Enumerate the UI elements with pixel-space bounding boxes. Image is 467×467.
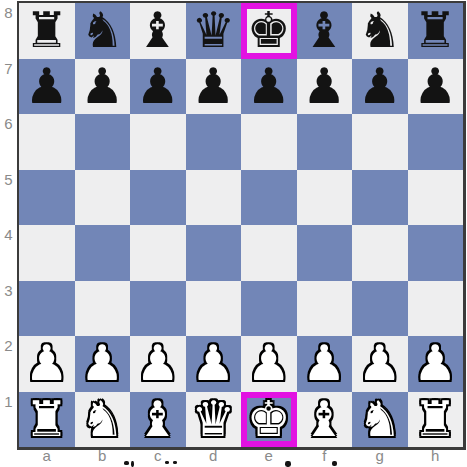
piece-white-pawn[interactable]: ♟ (358, 336, 402, 391)
file-label-b: b (75, 447, 131, 465)
piece-white-pawn[interactable]: ♟ (302, 336, 346, 391)
square-h5[interactable] (408, 170, 464, 226)
clipped-glyph-fragment-4 (173, 461, 177, 464)
square-c3[interactable] (130, 281, 186, 337)
piece-black-bishop[interactable]: ♝ (302, 3, 346, 58)
square-d8[interactable]: ♛ (186, 3, 242, 59)
piece-black-pawn[interactable]: ♟ (413, 59, 457, 114)
piece-black-pawn[interactable]: ♟ (358, 59, 402, 114)
piece-white-bishop[interactable]: ♝ (302, 392, 346, 447)
piece-white-rook[interactable]: ♜ (413, 392, 457, 447)
square-h6[interactable] (408, 114, 464, 170)
square-a6[interactable] (19, 114, 75, 170)
square-g8[interactable]: ♞ (352, 3, 408, 59)
square-a7[interactable]: ♟ (19, 59, 75, 115)
square-f1[interactable]: ♝ (297, 392, 353, 448)
rank-label-7: 7 (0, 57, 17, 113)
square-h7[interactable]: ♟ (408, 59, 464, 115)
square-c8[interactable]: ♝ (130, 3, 186, 59)
square-c6[interactable] (130, 114, 186, 170)
square-e3[interactable] (241, 281, 297, 337)
square-g6[interactable] (352, 114, 408, 170)
piece-black-pawn[interactable]: ♟ (302, 59, 346, 114)
clipped-glyph-fragment-3 (165, 461, 169, 464)
piece-black-queen[interactable]: ♛ (191, 3, 235, 58)
square-b2[interactable]: ♟ (75, 336, 131, 392)
square-f2[interactable]: ♟ (297, 336, 353, 392)
square-g2[interactable]: ♟ (352, 336, 408, 392)
piece-white-pawn[interactable]: ♟ (25, 336, 69, 391)
square-f3[interactable] (297, 281, 353, 337)
square-a8[interactable]: ♜ (19, 3, 75, 59)
square-f4[interactable] (297, 225, 353, 281)
piece-white-knight[interactable]: ♞ (358, 392, 402, 447)
square-d3[interactable] (186, 281, 242, 337)
square-c2[interactable]: ♟ (130, 336, 186, 392)
square-b4[interactable] (75, 225, 131, 281)
rank-label-6: 6 (0, 112, 17, 168)
piece-black-king[interactable]: ♚ (247, 3, 291, 58)
square-h1[interactable]: ♜ (408, 392, 464, 448)
square-f7[interactable]: ♟ (297, 59, 353, 115)
square-a5[interactable] (19, 170, 75, 226)
square-d2[interactable]: ♟ (186, 336, 242, 392)
rank-labels: 87654321 (0, 1, 17, 445)
piece-black-pawn[interactable]: ♟ (247, 59, 291, 114)
piece-white-pawn[interactable]: ♟ (80, 336, 124, 391)
clipped-glyph-fragment-2 (131, 461, 134, 467)
square-e1[interactable]: ♚ (241, 392, 297, 448)
square-h4[interactable] (408, 225, 464, 281)
chess-board: ♜♞♝♛♚♝♞♜♟♟♟♟♟♟♟♟♟♟♟♟♟♟♟♟♜♞♝♛♚♝♞♜ (17, 1, 466, 450)
square-h3[interactable] (408, 281, 464, 337)
rank-label-5: 5 (0, 168, 17, 224)
file-label-f: f (297, 447, 353, 465)
square-a2[interactable]: ♟ (19, 336, 75, 392)
square-b6[interactable] (75, 114, 131, 170)
square-g4[interactable] (352, 225, 408, 281)
piece-black-rook[interactable]: ♜ (413, 3, 457, 58)
square-c4[interactable] (130, 225, 186, 281)
piece-white-rook[interactable]: ♜ (25, 392, 69, 447)
square-b8[interactable]: ♞ (75, 3, 131, 59)
square-g1[interactable]: ♞ (352, 392, 408, 448)
piece-black-pawn[interactable]: ♟ (191, 59, 235, 114)
clipped-glyph-fragment-5 (285, 461, 291, 467)
piece-white-king[interactable]: ♚ (247, 392, 291, 447)
square-b1[interactable]: ♞ (75, 392, 131, 448)
chess-board-page: 87654321 ♜♞♝♛♚♝♞♜♟♟♟♟♟♟♟♟♟♟♟♟♟♟♟♟♜♞♝♛♚♝♞… (0, 0, 467, 467)
square-a4[interactable] (19, 225, 75, 281)
piece-white-knight[interactable]: ♞ (80, 392, 124, 447)
square-d6[interactable] (186, 114, 242, 170)
square-c5[interactable] (130, 170, 186, 226)
square-d4[interactable] (186, 225, 242, 281)
rank-label-8: 8 (0, 1, 17, 57)
piece-black-knight[interactable]: ♞ (80, 3, 124, 58)
square-e7[interactable]: ♟ (241, 59, 297, 115)
file-labels: abcdefgh (19, 447, 463, 465)
square-f5[interactable] (297, 170, 353, 226)
square-d5[interactable] (186, 170, 242, 226)
piece-white-pawn[interactable]: ♟ (247, 336, 291, 391)
square-e8[interactable]: ♚ (241, 3, 297, 59)
square-f8[interactable]: ♝ (297, 3, 353, 59)
square-e5[interactable] (241, 170, 297, 226)
square-c1[interactable]: ♝ (130, 392, 186, 448)
piece-white-pawn[interactable]: ♟ (136, 336, 180, 391)
square-e6[interactable] (241, 114, 297, 170)
file-label-d: d (186, 447, 242, 465)
square-a1[interactable]: ♜ (19, 392, 75, 448)
piece-black-pawn[interactable]: ♟ (136, 59, 180, 114)
file-label-c: c (130, 447, 186, 465)
piece-white-pawn[interactable]: ♟ (413, 336, 457, 391)
piece-black-pawn[interactable]: ♟ (25, 59, 69, 114)
square-b3[interactable] (75, 281, 131, 337)
square-e2[interactable]: ♟ (241, 336, 297, 392)
square-f6[interactable] (297, 114, 353, 170)
piece-black-rook[interactable]: ♜ (25, 3, 69, 58)
rank-label-2: 2 (0, 334, 17, 390)
square-a3[interactable] (19, 281, 75, 337)
clipped-glyph-fragment-1 (124, 461, 129, 465)
square-g3[interactable] (352, 281, 408, 337)
rank-label-1: 1 (0, 390, 17, 446)
square-e4[interactable] (241, 225, 297, 281)
file-label-a: a (19, 447, 75, 465)
piece-white-bishop[interactable]: ♝ (136, 392, 180, 447)
square-d7[interactable]: ♟ (186, 59, 242, 115)
square-b5[interactable] (75, 170, 131, 226)
file-label-h: h (408, 447, 464, 465)
piece-black-pawn[interactable]: ♟ (80, 59, 124, 114)
clipped-glyph-fragment-6 (332, 461, 337, 466)
piece-black-bishop[interactable]: ♝ (136, 3, 180, 58)
rank-label-4: 4 (0, 223, 17, 279)
square-c7[interactable]: ♟ (130, 59, 186, 115)
square-h2[interactable]: ♟ (408, 336, 464, 392)
square-d1[interactable]: ♛ (186, 392, 242, 448)
rank-label-3: 3 (0, 279, 17, 335)
square-g5[interactable] (352, 170, 408, 226)
piece-white-pawn[interactable]: ♟ (191, 336, 235, 391)
square-g7[interactable]: ♟ (352, 59, 408, 115)
piece-black-knight[interactable]: ♞ (358, 3, 402, 58)
piece-white-queen[interactable]: ♛ (191, 392, 235, 447)
square-h8[interactable]: ♜ (408, 3, 464, 59)
file-label-g: g (352, 447, 408, 465)
square-b7[interactable]: ♟ (75, 59, 131, 115)
